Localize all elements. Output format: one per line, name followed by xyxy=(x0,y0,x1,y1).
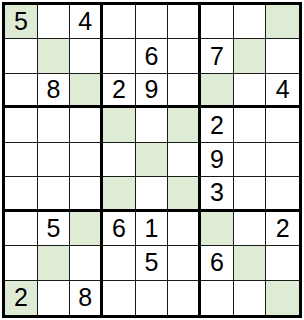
cell-r5c1[interactable] xyxy=(5,143,38,177)
given-digit: 6 xyxy=(145,44,159,69)
cell-r6c2[interactable] xyxy=(38,177,71,211)
given-digit: 8 xyxy=(78,285,92,310)
cell-r4c7[interactable]: 2 xyxy=(201,108,234,142)
cell-r9c5[interactable] xyxy=(136,281,169,315)
cell-r3c5[interactable]: 9 xyxy=(136,74,169,108)
cell-r6c8[interactable] xyxy=(234,177,267,211)
cell-r5c2[interactable] xyxy=(38,143,71,177)
cell-r3c7[interactable] xyxy=(201,74,234,108)
given-digit: 2 xyxy=(276,216,290,241)
cell-r2c3[interactable] xyxy=(70,39,103,73)
cell-r6c3[interactable] xyxy=(70,177,103,211)
cell-r5c3[interactable] xyxy=(70,143,103,177)
cell-r1c7[interactable] xyxy=(201,5,234,39)
cell-r6c5[interactable] xyxy=(136,177,169,211)
sudoku-board: 5467829429356125628 xyxy=(2,2,302,318)
given-digit: 6 xyxy=(210,250,224,275)
given-digit: 2 xyxy=(210,113,224,138)
cell-r5c5[interactable] xyxy=(136,143,169,177)
cell-r7c6[interactable] xyxy=(168,212,201,246)
cell-r8c1[interactable] xyxy=(5,246,38,280)
cell-r4c8[interactable] xyxy=(234,108,267,142)
cell-r8c6[interactable] xyxy=(168,246,201,280)
cell-r4c3[interactable] xyxy=(70,108,103,142)
given-digit: 5 xyxy=(145,250,159,275)
cell-r8c8[interactable] xyxy=(234,246,267,280)
cell-r9c6[interactable] xyxy=(168,281,201,315)
cell-r7c8[interactable] xyxy=(234,212,267,246)
cell-r4c2[interactable] xyxy=(38,108,71,142)
given-digit: 9 xyxy=(145,77,159,102)
cell-r2c4[interactable] xyxy=(103,39,136,73)
given-digit: 3 xyxy=(210,180,224,205)
cell-r7c2[interactable]: 5 xyxy=(38,212,71,246)
cell-r7c9[interactable]: 2 xyxy=(266,212,299,246)
given-digit: 2 xyxy=(14,285,28,310)
given-digit: 9 xyxy=(210,147,224,172)
cell-r4c9[interactable] xyxy=(266,108,299,142)
cell-r3c8[interactable] xyxy=(234,74,267,108)
cell-r7c1[interactable] xyxy=(5,212,38,246)
cell-r3c4[interactable]: 2 xyxy=(103,74,136,108)
cell-r2c5[interactable]: 6 xyxy=(136,39,169,73)
cell-r4c5[interactable] xyxy=(136,108,169,142)
given-digit: 2 xyxy=(112,77,126,102)
cell-r1c8[interactable] xyxy=(234,5,267,39)
cell-r3c3[interactable] xyxy=(70,74,103,108)
cell-r4c6[interactable] xyxy=(168,108,201,142)
cell-r5c9[interactable] xyxy=(266,143,299,177)
cell-r4c1[interactable] xyxy=(5,108,38,142)
cell-r8c3[interactable] xyxy=(70,246,103,280)
cell-r7c3[interactable] xyxy=(70,212,103,246)
given-digit: 1 xyxy=(145,216,159,241)
cell-r9c4[interactable] xyxy=(103,281,136,315)
cell-r1c3[interactable]: 4 xyxy=(70,5,103,39)
cell-r1c4[interactable] xyxy=(103,5,136,39)
cell-r3c2[interactable]: 8 xyxy=(38,74,71,108)
cell-r2c7[interactable]: 7 xyxy=(201,39,234,73)
cell-r8c7[interactable]: 6 xyxy=(201,246,234,280)
cell-r9c7[interactable] xyxy=(201,281,234,315)
cell-r7c5[interactable]: 1 xyxy=(136,212,169,246)
cell-r3c1[interactable] xyxy=(5,74,38,108)
cell-r5c6[interactable] xyxy=(168,143,201,177)
cell-r8c2[interactable] xyxy=(38,246,71,280)
cell-r8c4[interactable] xyxy=(103,246,136,280)
cell-r9c2[interactable] xyxy=(38,281,71,315)
cell-r1c6[interactable] xyxy=(168,5,201,39)
cell-r7c4[interactable]: 6 xyxy=(103,212,136,246)
given-digit: 5 xyxy=(14,9,28,34)
cell-r3c9[interactable]: 4 xyxy=(266,74,299,108)
cell-r6c6[interactable] xyxy=(168,177,201,211)
cell-r9c9[interactable] xyxy=(266,281,299,315)
given-digit: 8 xyxy=(47,77,61,102)
given-digit: 5 xyxy=(47,216,61,241)
cell-r2c8[interactable] xyxy=(234,39,267,73)
cell-r1c1[interactable]: 5 xyxy=(5,5,38,39)
cell-r6c7[interactable]: 3 xyxy=(201,177,234,211)
cell-r9c1[interactable]: 2 xyxy=(5,281,38,315)
given-digit: 7 xyxy=(210,44,224,69)
given-digit: 4 xyxy=(78,9,92,34)
cell-r2c1[interactable] xyxy=(5,39,38,73)
cell-r5c4[interactable] xyxy=(103,143,136,177)
cell-r9c3[interactable]: 8 xyxy=(70,281,103,315)
cell-r3c6[interactable] xyxy=(168,74,201,108)
cell-r6c4[interactable] xyxy=(103,177,136,211)
cell-r8c5[interactable]: 5 xyxy=(136,246,169,280)
cell-r5c8[interactable] xyxy=(234,143,267,177)
cell-r2c6[interactable] xyxy=(168,39,201,73)
cell-r6c9[interactable] xyxy=(266,177,299,211)
cell-r2c2[interactable] xyxy=(38,39,71,73)
cell-r1c2[interactable] xyxy=(38,5,71,39)
given-digit: 6 xyxy=(112,216,126,241)
cell-r6c1[interactable] xyxy=(5,177,38,211)
cell-r7c7[interactable] xyxy=(201,212,234,246)
cell-r5c7[interactable]: 9 xyxy=(201,143,234,177)
given-digit: 4 xyxy=(276,77,290,102)
cell-r2c9[interactable] xyxy=(266,39,299,73)
cell-r1c9[interactable] xyxy=(266,5,299,39)
cell-r9c8[interactable] xyxy=(234,281,267,315)
cell-r4c4[interactable] xyxy=(103,108,136,142)
cell-r1c5[interactable] xyxy=(136,5,169,39)
cell-r8c9[interactable] xyxy=(266,246,299,280)
